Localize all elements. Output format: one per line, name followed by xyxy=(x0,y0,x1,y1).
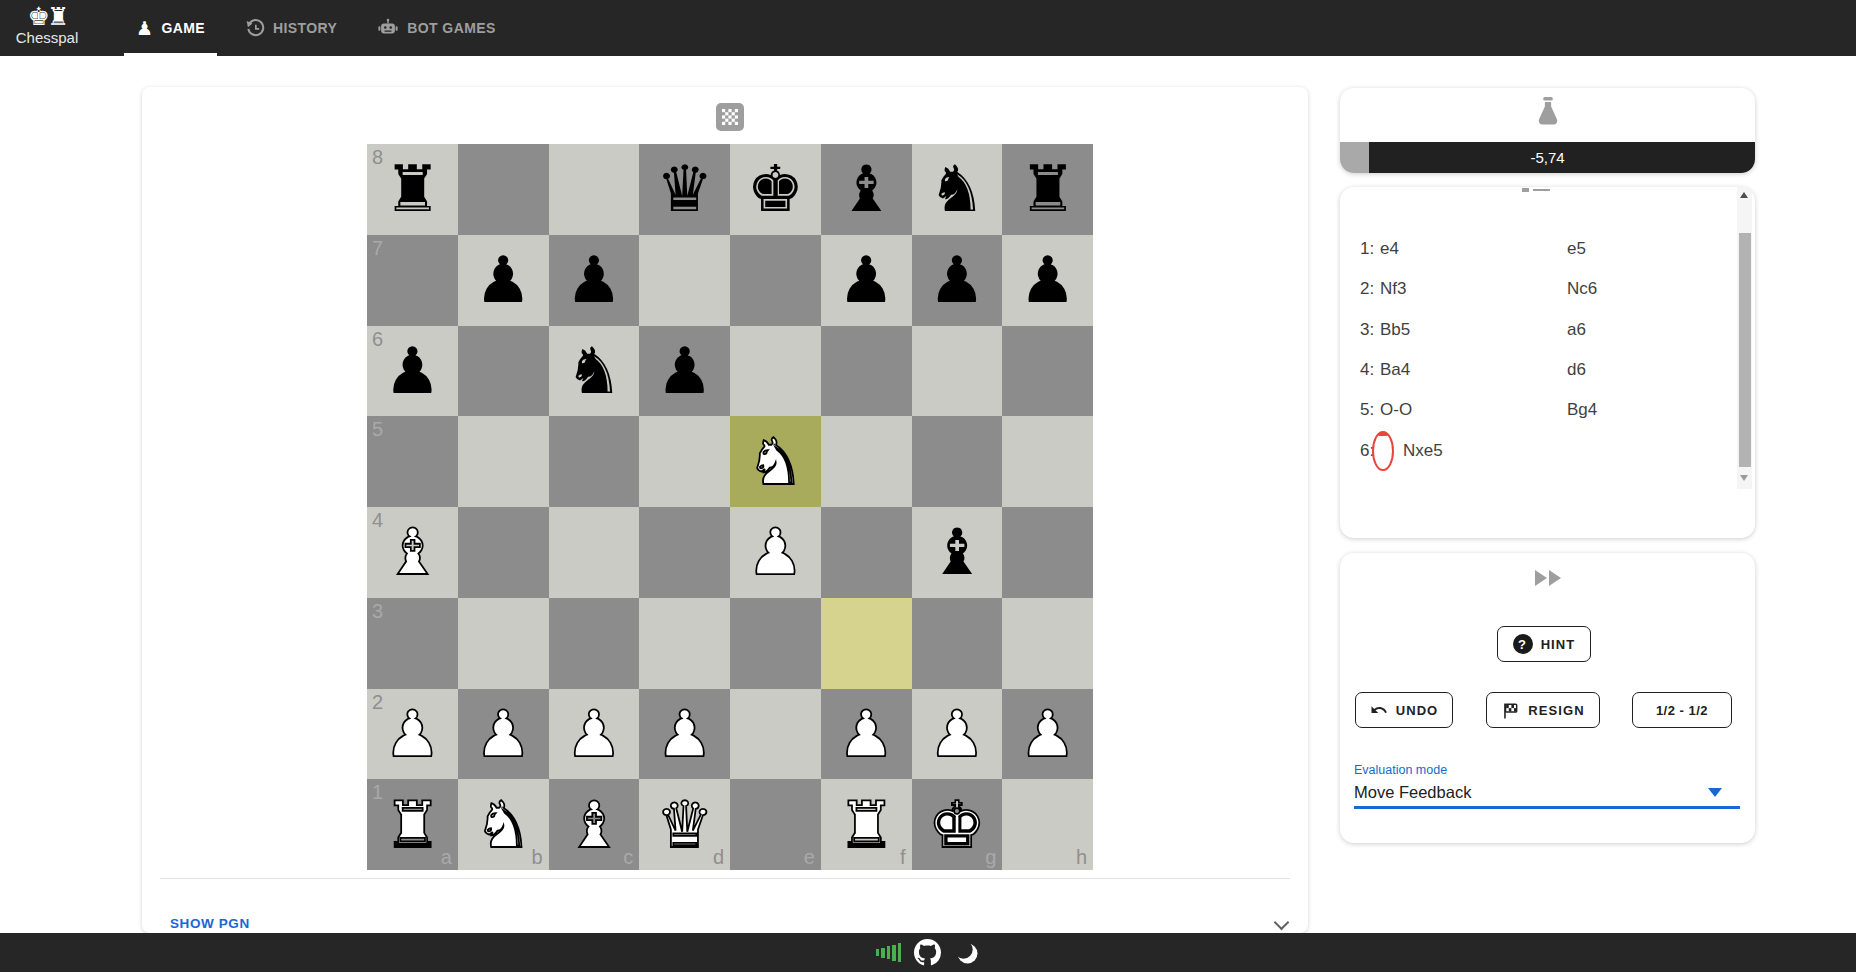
square-f3[interactable] xyxy=(821,598,912,689)
white-pawn-g2[interactable]: ♟ xyxy=(928,689,985,779)
white-rook-a1[interactable]: ♜ xyxy=(384,780,441,870)
flag-icon xyxy=(1501,701,1520,720)
square-f7[interactable]: ♟ xyxy=(821,235,912,326)
black-pawn-a6[interactable]: ♟ xyxy=(384,326,441,416)
square-c4[interactable] xyxy=(549,507,640,598)
square-h4[interactable] xyxy=(1002,507,1093,598)
scroll-thumb[interactable] xyxy=(1739,233,1751,467)
square-b3[interactable] xyxy=(458,598,549,689)
square-e5[interactable]: ♞ xyxy=(730,416,821,507)
move-row-2: 2:Nf3Nc6 xyxy=(1340,269,1735,309)
resign-button[interactable]: RESIGN xyxy=(1486,692,1600,728)
black-pawn-h7[interactable]: ♟ xyxy=(1019,235,1076,325)
white-pawn-h2[interactable]: ♟ xyxy=(1019,689,1076,779)
white-king-g1[interactable]: ♚ xyxy=(928,780,985,870)
square-d4[interactable] xyxy=(639,507,730,598)
tab-history-label: HISTORY xyxy=(273,20,337,36)
rank-label-2: 2 xyxy=(372,692,383,712)
square-c6[interactable]: ♞ xyxy=(549,326,640,417)
select-underline xyxy=(1354,806,1740,809)
white-pawn-b2[interactable]: ♟ xyxy=(474,689,531,779)
history-icon xyxy=(245,18,265,38)
square-c8[interactable] xyxy=(549,144,640,235)
square-g4[interactable]: ♝ xyxy=(912,507,1003,598)
square-g2[interactable]: ♟ xyxy=(912,689,1003,780)
scrollbar[interactable] xyxy=(1737,187,1752,489)
tab-bot-games-label: BOT GAMES xyxy=(407,20,495,36)
white-move[interactable]: Ba4 xyxy=(1380,350,1410,390)
pawn-icon: ♟ xyxy=(136,19,153,38)
move-number: 5: xyxy=(1360,390,1374,430)
tab-game-label: GAME xyxy=(161,20,205,36)
square-d7[interactable] xyxy=(639,235,730,326)
file-label-g: g xyxy=(985,847,996,867)
white-move[interactable]: e4 xyxy=(1380,229,1399,269)
white-bishop-c1[interactable]: ♝ xyxy=(565,780,622,870)
black-move[interactable]: e5 xyxy=(1567,229,1586,269)
square-a2[interactable]: 2♟ xyxy=(367,689,458,780)
undo-icon xyxy=(1370,701,1388,719)
white-rook-f1[interactable]: ♜ xyxy=(837,780,894,870)
evaluation-mode-select[interactable]: Move Feedback xyxy=(1354,779,1740,807)
square-h1[interactable]: h xyxy=(1002,779,1093,870)
evaluation-card: -5,74 xyxy=(1340,88,1755,173)
rank-label-7: 7 xyxy=(372,238,383,258)
black-queen-d8[interactable]: ♛ xyxy=(656,144,713,234)
black-move[interactable]: a6 xyxy=(1567,310,1586,350)
black-pawn-f7[interactable]: ♟ xyxy=(837,235,894,325)
scroll-up-arrow[interactable] xyxy=(1740,192,1748,198)
move-list: 1:e4e52:Nf3Nc63:Bb5a64:Ba4d65:O-OBg46:Nx… xyxy=(1340,187,1735,538)
square-d6[interactable]: ♟ xyxy=(639,326,730,417)
square-b6[interactable] xyxy=(458,326,549,417)
file-label-e: e xyxy=(804,847,815,867)
square-a1[interactable]: 1a♜ xyxy=(367,779,458,870)
move-number: 1: xyxy=(1360,229,1374,269)
square-b2[interactable]: ♟ xyxy=(458,689,549,780)
app-logo[interactable]: ♚♜ Chesspal xyxy=(10,2,84,56)
eval-bar: -5,74 xyxy=(1340,142,1755,173)
white-pawn-a2[interactable]: ♟ xyxy=(384,689,441,779)
black-bishop-g4[interactable]: ♝ xyxy=(928,507,985,597)
square-g7[interactable]: ♟ xyxy=(912,235,1003,326)
rank-label-8: 8 xyxy=(372,147,383,167)
square-f1[interactable]: f♜ xyxy=(821,779,912,870)
square-h6[interactable] xyxy=(1002,326,1093,417)
move-number: 3: xyxy=(1360,310,1374,350)
game-panel: 8♜♛♚♝♞♜7♟♟♟♟♟6♟♞♟5♞4♝♟♝32♟♟♟♟♟♟♟1a♜b♞c♝d… xyxy=(142,87,1308,933)
move-row-1: 1:e4e5 xyxy=(1340,229,1735,269)
square-a5[interactable]: 5 xyxy=(367,416,458,507)
square-c5[interactable] xyxy=(549,416,640,507)
move-list-card: 1:e4e52:Nf3Nc63:Bb5a64:Ba4d65:O-OBg46:Nx… xyxy=(1340,187,1755,538)
square-a4[interactable]: 4♝ xyxy=(367,507,458,598)
checkerboard-icon xyxy=(715,102,745,132)
black-pawn-c7[interactable]: ♟ xyxy=(565,235,622,325)
square-e8[interactable]: ♚ xyxy=(730,144,821,235)
robot-icon xyxy=(377,17,399,39)
draw-offer-button[interactable]: 1/2 - 1/2 xyxy=(1632,692,1732,728)
square-b8[interactable] xyxy=(458,144,549,235)
undo-label: UNDO xyxy=(1396,703,1439,718)
square-e4[interactable]: ♟ xyxy=(730,507,821,598)
dropdown-arrow-icon xyxy=(1708,788,1722,797)
rank-label-5: 5 xyxy=(372,419,383,439)
logo-chess-pieces-icon: ♚♜ xyxy=(10,2,84,32)
square-b7[interactable]: ♟ xyxy=(458,235,549,326)
black-move[interactable]: Bg4 xyxy=(1567,390,1597,430)
flask-icon xyxy=(1340,93,1755,129)
white-move[interactable]: Bb5 xyxy=(1380,310,1410,350)
square-f4[interactable] xyxy=(821,507,912,598)
square-f2[interactable]: ♟ xyxy=(821,689,912,780)
white-pawn-e4[interactable]: ♟ xyxy=(747,507,804,597)
square-f6[interactable] xyxy=(821,326,912,417)
black-knight-c6[interactable]: ♞ xyxy=(565,326,622,416)
top-nav: ♚♜ Chesspal ♟ GAME HISTORY BOT GAMES xyxy=(0,0,1856,56)
footer xyxy=(0,933,1856,972)
scroll-down-arrow[interactable] xyxy=(1740,475,1748,481)
black-bishop-f8[interactable]: ♝ xyxy=(837,144,894,234)
black-pawn-d6[interactable]: ♟ xyxy=(656,326,713,416)
file-label-c: c xyxy=(623,847,633,867)
rank-label-4: 4 xyxy=(372,510,383,530)
square-h8[interactable]: ♜ xyxy=(1002,144,1093,235)
square-f8[interactable]: ♝ xyxy=(821,144,912,235)
white-pawn-d2[interactable]: ♟ xyxy=(656,689,713,779)
black-move[interactable]: Nc6 xyxy=(1567,269,1597,309)
white-move[interactable]: Nf3 xyxy=(1380,269,1406,309)
square-b1[interactable]: b♞ xyxy=(458,779,549,870)
divider xyxy=(160,878,1290,879)
white-move[interactable]: Nxe5 xyxy=(1403,431,1443,471)
square-c7[interactable]: ♟ xyxy=(549,235,640,326)
square-g6[interactable] xyxy=(912,326,1003,417)
square-g3[interactable] xyxy=(912,598,1003,689)
square-a8[interactable]: 8♜ xyxy=(367,144,458,235)
white-pawn-c2[interactable]: ♟ xyxy=(565,689,622,779)
evaluation-mode-label: Evaluation mode xyxy=(1354,763,1447,777)
white-queen-d1[interactable]: ♛ xyxy=(656,780,713,870)
square-h2[interactable]: ♟ xyxy=(1002,689,1093,780)
square-f5[interactable] xyxy=(821,416,912,507)
move-number: 4: xyxy=(1360,350,1374,390)
tab-history[interactable]: HISTORY xyxy=(233,0,349,56)
file-label-b: b xyxy=(531,847,542,867)
white-knight-b1[interactable]: ♞ xyxy=(474,780,531,870)
chevron-down-icon xyxy=(1275,917,1287,929)
black-rook-a8[interactable]: ♜ xyxy=(384,144,441,234)
black-rook-h8[interactable]: ♜ xyxy=(1019,144,1076,234)
file-label-f: f xyxy=(900,847,906,867)
square-e6[interactable] xyxy=(730,326,821,417)
square-a6[interactable]: 6♟ xyxy=(367,326,458,417)
square-e2[interactable] xyxy=(730,689,821,780)
move-number: 2: xyxy=(1360,269,1374,309)
square-e1[interactable]: e xyxy=(730,779,821,870)
square-h3[interactable] xyxy=(1002,598,1093,689)
move-row-4: 4:Ba4d6 xyxy=(1340,350,1735,390)
white-pawn-f2[interactable]: ♟ xyxy=(837,689,894,779)
square-a3[interactable]: 3 xyxy=(367,598,458,689)
square-d5[interactable] xyxy=(639,416,730,507)
undo-button[interactable]: UNDO xyxy=(1355,692,1453,728)
question-circle-icon: ? xyxy=(1513,634,1533,654)
chess-board: 8♜♛♚♝♞♜7♟♟♟♟♟6♟♞♟5♞4♝♟♝32♟♟♟♟♟♟♟1a♜b♞c♝d… xyxy=(367,144,1093,870)
black-knight-g8[interactable]: ♞ xyxy=(928,144,985,234)
rank-label-6: 6 xyxy=(372,329,383,349)
move-row-5: 5:O-OBg4 xyxy=(1340,390,1735,430)
black-pawn-b7[interactable]: ♟ xyxy=(474,235,531,325)
square-b5[interactable] xyxy=(458,416,549,507)
eval-score: -5,74 xyxy=(1340,142,1755,173)
square-g5[interactable] xyxy=(912,416,1003,507)
show-pgn-label: SHOW PGN xyxy=(170,916,250,931)
move-row-6: 6:Nxe5 xyxy=(1340,431,1735,471)
rank-label-3: 3 xyxy=(372,601,383,621)
square-h5[interactable] xyxy=(1002,416,1093,507)
tab-bot-games[interactable]: BOT GAMES xyxy=(365,0,507,56)
white-knight-e5[interactable]: ♞ xyxy=(747,417,804,507)
square-e7[interactable] xyxy=(730,235,821,326)
square-g1[interactable]: g♚ xyxy=(912,779,1003,870)
black-move[interactable]: d6 xyxy=(1567,350,1586,390)
nav-tabs: ♟ GAME HISTORY BOT GAMES xyxy=(124,0,508,56)
file-label-h: h xyxy=(1076,847,1087,867)
square-h7[interactable]: ♟ xyxy=(1002,235,1093,326)
white-bishop-a4[interactable]: ♝ xyxy=(384,507,441,597)
app-title: Chesspal xyxy=(10,30,84,46)
file-label-a: a xyxy=(441,847,452,867)
dark-mode-moon-icon[interactable] xyxy=(954,940,980,966)
file-label-d: d xyxy=(713,847,724,867)
square-c1[interactable]: c♝ xyxy=(549,779,640,870)
square-g8[interactable]: ♞ xyxy=(912,144,1003,235)
square-b4[interactable] xyxy=(458,507,549,598)
blunder-minus-icon xyxy=(1372,431,1394,471)
white-move[interactable]: O-O xyxy=(1380,390,1412,430)
square-a7[interactable]: 7 xyxy=(367,235,458,326)
resign-label: RESIGN xyxy=(1528,703,1584,718)
square-d2[interactable]: ♟ xyxy=(639,689,730,780)
square-d1[interactable]: d♛ xyxy=(639,779,730,870)
square-c2[interactable]: ♟ xyxy=(549,689,640,780)
hint-button[interactable]: ? HINT xyxy=(1497,626,1591,662)
controls-card: ? HINT UNDO RESIGN 1/2 - 1/2 Evaluation … xyxy=(1340,553,1755,843)
move-row-3: 3:Bb5a6 xyxy=(1340,310,1735,350)
black-pawn-g7[interactable]: ♟ xyxy=(928,235,985,325)
tab-game[interactable]: ♟ GAME xyxy=(124,0,217,56)
square-d8[interactable]: ♛ xyxy=(639,144,730,235)
signal-strength-icon xyxy=(876,943,901,963)
rank-label-1: 1 xyxy=(372,782,383,802)
hint-label: HINT xyxy=(1541,637,1576,652)
fast-forward-icon[interactable] xyxy=(1340,570,1755,586)
github-icon[interactable] xyxy=(914,939,941,966)
evaluation-mode-value: Move Feedback xyxy=(1354,779,1740,805)
draw-label: 1/2 - 1/2 xyxy=(1656,703,1708,718)
black-king-e8[interactable]: ♚ xyxy=(747,144,804,234)
square-c3[interactable] xyxy=(549,598,640,689)
square-d3[interactable] xyxy=(639,598,730,689)
square-e3[interactable] xyxy=(730,598,821,689)
